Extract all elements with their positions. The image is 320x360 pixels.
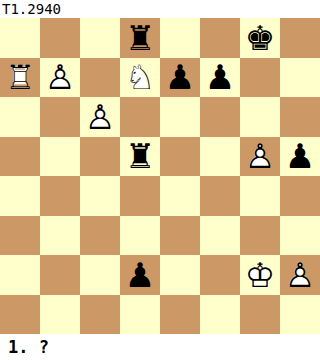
square-d5[interactable]: ♜	[120, 137, 160, 177]
square-g3[interactable]	[240, 216, 280, 256]
square-e7[interactable]: ♟	[160, 58, 200, 98]
black-pawn: ♟	[120, 255, 160, 295]
square-f1[interactable]	[200, 295, 240, 335]
square-g6[interactable]	[240, 97, 280, 137]
title-bar: T1.2940	[0, 0, 320, 18]
square-h7[interactable]	[280, 58, 320, 98]
square-a6[interactable]	[0, 97, 40, 137]
square-a2[interactable]	[0, 255, 40, 295]
square-c1[interactable]	[80, 295, 120, 335]
black-pawn: ♟	[280, 137, 320, 177]
square-h4[interactable]	[280, 176, 320, 216]
square-b7[interactable]: ♟♙	[40, 58, 80, 98]
square-g2[interactable]: ♚♔	[240, 255, 280, 295]
square-d7[interactable]: ♞♘	[120, 58, 160, 98]
square-e3[interactable]	[160, 216, 200, 256]
square-a7[interactable]: ♜♖	[0, 58, 40, 98]
white-pawn-fill: ♟	[240, 137, 280, 177]
square-e1[interactable]	[160, 295, 200, 335]
white-knight-fill: ♞	[120, 58, 160, 98]
square-e2[interactable]	[160, 255, 200, 295]
square-e5[interactable]	[160, 137, 200, 177]
black-pawn: ♟	[200, 58, 240, 98]
square-f6[interactable]	[200, 97, 240, 137]
square-b5[interactable]	[40, 137, 80, 177]
square-c7[interactable]	[80, 58, 120, 98]
black-rook: ♜	[120, 18, 160, 58]
white-knight: ♘	[120, 58, 160, 98]
square-f2[interactable]	[200, 255, 240, 295]
white-pawn-fill: ♟	[80, 97, 120, 137]
square-h1[interactable]	[280, 295, 320, 335]
square-f4[interactable]	[200, 176, 240, 216]
square-f8[interactable]	[200, 18, 240, 58]
square-c4[interactable]	[80, 176, 120, 216]
white-rook: ♖	[0, 58, 40, 98]
square-d3[interactable]	[120, 216, 160, 256]
black-king: ♚	[240, 18, 280, 58]
white-king: ♔	[240, 255, 280, 295]
chess-board: ♜♚♜♖♟♙♞♘♟♟♟♙♜♟♙♟♟♚♔♟♙	[0, 18, 320, 334]
square-d4[interactable]	[120, 176, 160, 216]
square-a4[interactable]	[0, 176, 40, 216]
square-e6[interactable]	[160, 97, 200, 137]
white-pawn: ♙	[80, 97, 120, 137]
black-rook: ♜	[120, 137, 160, 177]
square-b4[interactable]	[40, 176, 80, 216]
square-d1[interactable]	[120, 295, 160, 335]
square-b1[interactable]	[40, 295, 80, 335]
square-e4[interactable]	[160, 176, 200, 216]
white-pawn: ♙	[280, 255, 320, 295]
square-f5[interactable]	[200, 137, 240, 177]
square-f3[interactable]	[200, 216, 240, 256]
white-pawn: ♙	[240, 137, 280, 177]
square-a1[interactable]	[0, 295, 40, 335]
square-g8[interactable]: ♚	[240, 18, 280, 58]
square-a5[interactable]	[0, 137, 40, 177]
square-d6[interactable]	[120, 97, 160, 137]
square-b6[interactable]	[40, 97, 80, 137]
square-c3[interactable]	[80, 216, 120, 256]
square-d8[interactable]: ♜	[120, 18, 160, 58]
white-pawn-fill: ♟	[40, 58, 80, 98]
square-h8[interactable]	[280, 18, 320, 58]
chess-puzzle-app: T1.2940 ♜♚♜♖♟♙♞♘♟♟♟♙♜♟♙♟♟♚♔♟♙ 1. ?	[0, 0, 320, 360]
square-g1[interactable]	[240, 295, 280, 335]
square-g5[interactable]: ♟♙	[240, 137, 280, 177]
black-pawn: ♟	[160, 58, 200, 98]
square-g7[interactable]	[240, 58, 280, 98]
move-prompt: 1. ?	[0, 337, 49, 357]
square-h3[interactable]	[280, 216, 320, 256]
puzzle-id: T1.2940	[0, 1, 61, 17]
square-h5[interactable]: ♟	[280, 137, 320, 177]
white-pawn-fill: ♟	[280, 255, 320, 295]
white-pawn: ♙	[40, 58, 80, 98]
square-b2[interactable]	[40, 255, 80, 295]
square-h2[interactable]: ♟♙	[280, 255, 320, 295]
square-c5[interactable]	[80, 137, 120, 177]
square-c6[interactable]: ♟♙	[80, 97, 120, 137]
footer: 1. ?	[0, 334, 320, 360]
white-king-fill: ♚	[240, 255, 280, 295]
white-rook-fill: ♜	[0, 58, 40, 98]
square-b8[interactable]	[40, 18, 80, 58]
square-h6[interactable]	[280, 97, 320, 137]
square-c2[interactable]	[80, 255, 120, 295]
square-g4[interactable]	[240, 176, 280, 216]
square-d2[interactable]: ♟	[120, 255, 160, 295]
square-b3[interactable]	[40, 216, 80, 256]
square-a3[interactable]	[0, 216, 40, 256]
square-e8[interactable]	[160, 18, 200, 58]
square-c8[interactable]	[80, 18, 120, 58]
square-a8[interactable]	[0, 18, 40, 58]
square-f7[interactable]: ♟	[200, 58, 240, 98]
